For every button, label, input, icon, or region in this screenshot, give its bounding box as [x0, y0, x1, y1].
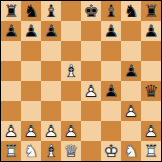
square-a2[interactable]: ♟♙ — [1, 121, 21, 141]
square-h2[interactable]: ♟♙ — [141, 121, 161, 141]
piece-black-pawn: ♟♙ — [101, 21, 121, 41]
piece-white-pawn: ♟♙ — [81, 81, 101, 101]
piece-black-king: ♚♔ — [81, 1, 101, 21]
square-d6[interactable] — [61, 41, 81, 61]
square-g7[interactable] — [121, 21, 141, 41]
piece-black-pawn: ♟♙ — [121, 61, 141, 81]
square-e6[interactable] — [81, 41, 101, 61]
square-a5[interactable] — [1, 61, 21, 81]
square-h7[interactable]: ♟♙ — [141, 21, 161, 41]
square-c5[interactable] — [41, 61, 61, 81]
piece-white-knight: ♞♘ — [21, 141, 41, 161]
square-d3[interactable] — [61, 101, 81, 121]
piece-white-pawn: ♟♙ — [141, 121, 161, 141]
square-e5[interactable] — [81, 61, 101, 81]
square-h6[interactable] — [141, 41, 161, 61]
square-f2[interactable] — [101, 121, 121, 141]
piece-black-bishop: ♝♗ — [41, 1, 61, 21]
square-e4[interactable]: ♟♙ — [81, 81, 101, 101]
square-c2[interactable]: ♟♙ — [41, 121, 61, 141]
square-d2[interactable]: ♟♙ — [61, 121, 81, 141]
square-e8[interactable]: ♚♔ — [81, 1, 101, 21]
piece-black-knight: ♞♘ — [121, 1, 141, 21]
piece-white-pawn: ♟♙ — [21, 121, 41, 141]
square-a4[interactable] — [1, 81, 21, 101]
piece-black-pawn: ♟♙ — [101, 81, 121, 101]
piece-white-king: ♚♔ — [101, 141, 121, 161]
square-e7[interactable] — [81, 21, 101, 41]
square-b4[interactable] — [21, 81, 41, 101]
square-g8[interactable]: ♞♘ — [121, 1, 141, 21]
piece-black-rook: ♜♖ — [1, 1, 21, 21]
square-f7[interactable]: ♟♙ — [101, 21, 121, 41]
square-f1[interactable]: ♚♔ — [101, 141, 121, 161]
piece-white-queen: ♛♕ — [61, 141, 81, 161]
square-f4[interactable]: ♟♙ — [101, 81, 121, 101]
square-a7[interactable]: ♟♙ — [1, 21, 21, 41]
square-e1[interactable] — [81, 141, 101, 161]
square-c3[interactable] — [41, 101, 61, 121]
square-g3[interactable]: ♟♙ — [121, 101, 141, 121]
piece-white-knight: ♞♘ — [121, 141, 141, 161]
piece-white-bishop: ♝♗ — [41, 141, 61, 161]
square-f6[interactable] — [101, 41, 121, 61]
square-f3[interactable] — [101, 101, 121, 121]
square-h1[interactable]: ♜♖ — [141, 141, 161, 161]
piece-black-pawn: ♟♙ — [41, 21, 61, 41]
square-d1[interactable]: ♛♕ — [61, 141, 81, 161]
square-h3[interactable] — [141, 101, 161, 121]
piece-black-queen: ♛♕ — [141, 81, 161, 101]
piece-white-pawn: ♟♙ — [1, 121, 21, 141]
square-h5[interactable] — [141, 61, 161, 81]
square-g1[interactable]: ♞♘ — [121, 141, 141, 161]
square-g5[interactable]: ♟♙ — [121, 61, 141, 81]
square-b2[interactable]: ♟♙ — [21, 121, 41, 141]
square-c6[interactable] — [41, 41, 61, 61]
square-a6[interactable] — [1, 41, 21, 61]
piece-black-rook: ♜♖ — [141, 1, 161, 21]
piece-white-rook: ♜♖ — [141, 141, 161, 161]
square-h4[interactable]: ♛♕ — [141, 81, 161, 101]
square-c7[interactable]: ♟♙ — [41, 21, 61, 41]
square-d4[interactable] — [61, 81, 81, 101]
square-b1[interactable]: ♞♘ — [21, 141, 41, 161]
square-a8[interactable]: ♜♖ — [1, 1, 21, 21]
square-d5[interactable]: ♝♗ — [61, 61, 81, 81]
square-f5[interactable] — [101, 61, 121, 81]
square-g6[interactable] — [121, 41, 141, 61]
square-e2[interactable] — [81, 121, 101, 141]
piece-white-rook: ♜♖ — [1, 141, 21, 161]
square-f8[interactable]: ♝♗ — [101, 1, 121, 21]
piece-white-bishop: ♝♗ — [61, 61, 81, 81]
chess-board-frame: ♜♖♞♘♝♗♚♔♝♗♞♘♜♖♟♙♟♙♟♙♟♙♟♙♝♗♟♙♟♙♟♙♛♕♟♙♟♙♟♙… — [0, 0, 162, 162]
square-c4[interactable] — [41, 81, 61, 101]
square-a3[interactable] — [1, 101, 21, 121]
chess-board: ♜♖♞♘♝♗♚♔♝♗♞♘♜♖♟♙♟♙♟♙♟♙♟♙♝♗♟♙♟♙♟♙♛♕♟♙♟♙♟♙… — [1, 1, 161, 161]
square-e3[interactable] — [81, 101, 101, 121]
square-c1[interactable]: ♝♗ — [41, 141, 61, 161]
piece-white-pawn: ♟♙ — [61, 121, 81, 141]
square-a1[interactable]: ♜♖ — [1, 141, 21, 161]
piece-white-pawn: ♟♙ — [121, 101, 141, 121]
square-b6[interactable] — [21, 41, 41, 61]
piece-black-pawn: ♟♙ — [141, 21, 161, 41]
square-b3[interactable] — [21, 101, 41, 121]
piece-black-pawn: ♟♙ — [21, 21, 41, 41]
square-h8[interactable]: ♜♖ — [141, 1, 161, 21]
piece-black-pawn: ♟♙ — [1, 21, 21, 41]
square-b5[interactable] — [21, 61, 41, 81]
square-g2[interactable] — [121, 121, 141, 141]
piece-white-pawn: ♟♙ — [41, 121, 61, 141]
piece-black-knight: ♞♘ — [21, 1, 41, 21]
square-b8[interactable]: ♞♘ — [21, 1, 41, 21]
square-d7[interactable] — [61, 21, 81, 41]
square-g4[interactable] — [121, 81, 141, 101]
square-d8[interactable] — [61, 1, 81, 21]
square-c8[interactable]: ♝♗ — [41, 1, 61, 21]
piece-black-bishop: ♝♗ — [101, 1, 121, 21]
square-b7[interactable]: ♟♙ — [21, 21, 41, 41]
